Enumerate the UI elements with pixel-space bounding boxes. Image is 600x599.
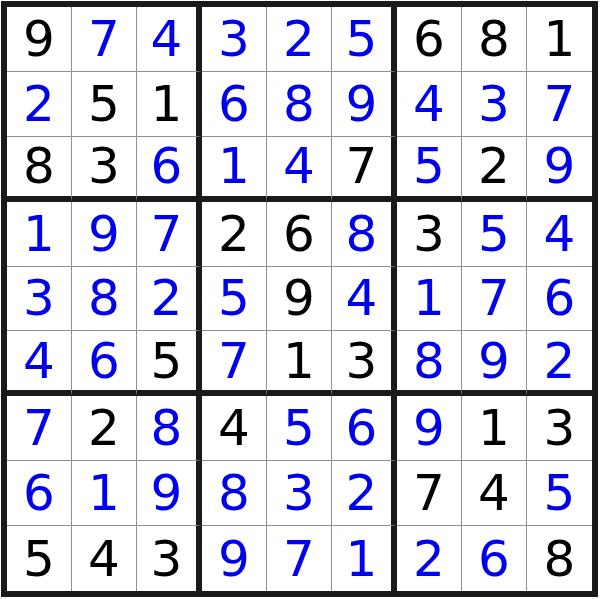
given-digit: 2 <box>88 403 120 453</box>
solved-digit: 1 <box>346 534 378 584</box>
given-digit: 5 <box>23 534 55 584</box>
solved-digit: 7 <box>478 273 510 323</box>
cell-r5c1[interactable]: 3 <box>7 267 72 332</box>
solved-digit: 2 <box>544 336 576 386</box>
solved-digit: 6 <box>88 336 120 386</box>
solved-digit: 6 <box>23 468 55 518</box>
solved-digit: 5 <box>346 14 378 64</box>
cell-r3c3[interactable]: 6 <box>137 137 202 202</box>
cell-r7c3[interactable]: 8 <box>137 396 202 461</box>
given-digit: 3 <box>413 209 445 259</box>
cell-r2c9[interactable]: 7 <box>527 72 592 137</box>
given-digit: 1 <box>283 336 315 386</box>
sudoku-board: 9743256812516894378361475291972683543825… <box>1 1 598 597</box>
solved-digit: 3 <box>283 468 315 518</box>
solved-digit: 9 <box>88 209 120 259</box>
solved-digit: 6 <box>346 403 378 453</box>
solved-digit: 7 <box>23 403 55 453</box>
cell-r3c1[interactable]: 8 <box>7 137 72 202</box>
cell-r1c9[interactable]: 1 <box>527 7 592 72</box>
cell-r9c7[interactable]: 2 <box>397 526 462 591</box>
solved-digit: 9 <box>218 534 250 584</box>
solved-digit: 3 <box>478 79 510 129</box>
cell-r9c6[interactable]: 1 <box>332 526 397 591</box>
given-digit: 5 <box>88 79 120 129</box>
cell-r4c4[interactable]: 2 <box>202 202 267 267</box>
solved-digit: 4 <box>23 336 55 386</box>
cell-r6c3[interactable]: 5 <box>137 331 202 396</box>
solved-digit: 9 <box>151 468 183 518</box>
solved-digit: 1 <box>88 468 120 518</box>
cell-r6c6[interactable]: 3 <box>332 331 397 396</box>
cell-r9c3[interactable]: 3 <box>137 526 202 591</box>
cell-r7c2[interactable]: 2 <box>72 396 137 461</box>
cell-r5c9[interactable]: 6 <box>527 267 592 332</box>
cell-r9c5[interactable]: 7 <box>267 526 332 591</box>
solved-digit: 2 <box>283 14 315 64</box>
cell-r5c3[interactable]: 2 <box>137 267 202 332</box>
cell-r2c3[interactable]: 1 <box>137 72 202 137</box>
cell-r5c5[interactable]: 9 <box>267 267 332 332</box>
solved-digit: 5 <box>218 273 250 323</box>
cell-r6c9[interactable]: 2 <box>527 331 592 396</box>
given-digit: 4 <box>88 534 120 584</box>
cell-r8c4[interactable]: 8 <box>202 461 267 526</box>
given-digit: 9 <box>23 14 55 64</box>
cell-r7c5[interactable]: 5 <box>267 396 332 461</box>
solved-digit: 9 <box>544 141 576 191</box>
solved-digit: 2 <box>23 79 55 129</box>
given-digit: 4 <box>218 403 250 453</box>
cell-r9c4[interactable]: 9 <box>202 526 267 591</box>
given-digit: 1 <box>478 403 510 453</box>
cell-r1c3[interactable]: 4 <box>137 7 202 72</box>
solved-digit: 6 <box>151 141 183 191</box>
solved-digit: 9 <box>413 403 445 453</box>
solved-digit: 5 <box>478 209 510 259</box>
solved-digit: 7 <box>218 336 250 386</box>
given-digit: 1 <box>544 14 576 64</box>
solved-digit: 2 <box>346 468 378 518</box>
cell-r2c6[interactable]: 9 <box>332 72 397 137</box>
solved-digit: 5 <box>413 141 445 191</box>
cell-r8c1[interactable]: 6 <box>7 461 72 526</box>
given-digit: 9 <box>283 273 315 323</box>
cell-r6c2[interactable]: 6 <box>72 331 137 396</box>
solved-digit: 2 <box>413 534 445 584</box>
solved-digit: 7 <box>544 79 576 129</box>
cell-r4c6[interactable]: 8 <box>332 202 397 267</box>
solved-digit: 1 <box>413 273 445 323</box>
cell-r6c7[interactable]: 8 <box>397 331 462 396</box>
cell-r7c8[interactable]: 1 <box>462 396 527 461</box>
given-digit: 6 <box>283 209 315 259</box>
cell-r7c6[interactable]: 6 <box>332 396 397 461</box>
given-digit: 3 <box>346 336 378 386</box>
cell-r7c1[interactable]: 7 <box>7 396 72 461</box>
cell-r3c6[interactable]: 7 <box>332 137 397 202</box>
solved-digit: 7 <box>283 534 315 584</box>
cell-r1c7[interactable]: 6 <box>397 7 462 72</box>
cell-r4c9[interactable]: 4 <box>527 202 592 267</box>
cell-r1c2[interactable]: 7 <box>72 7 137 72</box>
solved-digit: 9 <box>478 336 510 386</box>
cell-r8c5[interactable]: 3 <box>267 461 332 526</box>
solved-digit: 2 <box>151 273 183 323</box>
given-digit: 6 <box>413 14 445 64</box>
solved-digit: 8 <box>346 209 378 259</box>
cell-r4c1[interactable]: 1 <box>7 202 72 267</box>
solved-digit: 8 <box>218 468 250 518</box>
cell-r8c6[interactable]: 2 <box>332 461 397 526</box>
cell-r6c1[interactable]: 4 <box>7 331 72 396</box>
solved-digit: 4 <box>283 141 315 191</box>
solved-digit: 8 <box>151 403 183 453</box>
cell-r9c1[interactable]: 5 <box>7 526 72 591</box>
given-digit: 8 <box>478 14 510 64</box>
given-digit: 2 <box>218 209 250 259</box>
cell-r6c4[interactable]: 7 <box>202 331 267 396</box>
cell-r2c8[interactable]: 3 <box>462 72 527 137</box>
given-digit: 4 <box>478 468 510 518</box>
cell-r8c2[interactable]: 1 <box>72 461 137 526</box>
cell-r7c7[interactable]: 9 <box>397 396 462 461</box>
given-digit: 2 <box>478 141 510 191</box>
cell-r2c2[interactable]: 5 <box>72 72 137 137</box>
cell-r5c2[interactable]: 8 <box>72 267 137 332</box>
cell-r9c2[interactable]: 4 <box>72 526 137 591</box>
solved-digit: 6 <box>478 534 510 584</box>
cell-r8c7[interactable]: 7 <box>397 461 462 526</box>
cell-r6c8[interactable]: 9 <box>462 331 527 396</box>
given-digit: 5 <box>151 336 183 386</box>
solved-digit: 3 <box>218 14 250 64</box>
cell-r4c7[interactable]: 3 <box>397 202 462 267</box>
cell-r8c3[interactable]: 9 <box>137 461 202 526</box>
cell-r4c3[interactable]: 7 <box>137 202 202 267</box>
cell-r3c2[interactable]: 3 <box>72 137 137 202</box>
cell-r8c9[interactable]: 5 <box>527 461 592 526</box>
cell-r1c1[interactable]: 9 <box>7 7 72 72</box>
cell-r1c5[interactable]: 2 <box>267 7 332 72</box>
solved-digit: 1 <box>218 141 250 191</box>
cell-r7c9[interactable]: 3 <box>527 396 592 461</box>
cell-r5c8[interactable]: 7 <box>462 267 527 332</box>
solved-digit: 4 <box>151 14 183 64</box>
cell-r2c4[interactable]: 6 <box>202 72 267 137</box>
cell-r9c8[interactable]: 6 <box>462 526 527 591</box>
cell-r1c8[interactable]: 8 <box>462 7 527 72</box>
given-digit: 8 <box>544 534 576 584</box>
given-digit: 3 <box>151 534 183 584</box>
cell-r2c1[interactable]: 2 <box>7 72 72 137</box>
cell-r5c6[interactable]: 4 <box>332 267 397 332</box>
solved-digit: 4 <box>544 209 576 259</box>
solved-digit: 4 <box>413 79 445 129</box>
cell-r3c5[interactable]: 4 <box>267 137 332 202</box>
solved-digit: 9 <box>346 79 378 129</box>
solved-digit: 5 <box>283 403 315 453</box>
solved-digit: 8 <box>413 336 445 386</box>
cell-r1c4[interactable]: 3 <box>202 7 267 72</box>
cell-r4c8[interactable]: 5 <box>462 202 527 267</box>
cell-r2c5[interactable]: 8 <box>267 72 332 137</box>
solved-digit: 6 <box>544 273 576 323</box>
given-digit: 1 <box>151 79 183 129</box>
cell-r3c8[interactable]: 2 <box>462 137 527 202</box>
solved-digit: 8 <box>88 273 120 323</box>
given-digit: 7 <box>413 468 445 518</box>
cell-r3c7[interactable]: 5 <box>397 137 462 202</box>
solved-digit: 6 <box>218 79 250 129</box>
solved-digit: 8 <box>283 79 315 129</box>
cell-r4c2[interactable]: 9 <box>72 202 137 267</box>
solved-digit: 4 <box>346 273 378 323</box>
solved-digit: 7 <box>88 14 120 64</box>
solved-digit: 7 <box>151 209 183 259</box>
solved-digit: 5 <box>544 468 576 518</box>
given-digit: 3 <box>88 141 120 191</box>
cell-r7c4[interactable]: 4 <box>202 396 267 461</box>
cell-r5c4[interactable]: 5 <box>202 267 267 332</box>
cell-r4c5[interactable]: 6 <box>267 202 332 267</box>
cell-r2c7[interactable]: 4 <box>397 72 462 137</box>
given-digit: 8 <box>23 141 55 191</box>
cell-r9c9[interactable]: 8 <box>527 526 592 591</box>
cell-r5c7[interactable]: 1 <box>397 267 462 332</box>
cell-r6c5[interactable]: 1 <box>267 331 332 396</box>
cell-r8c8[interactable]: 4 <box>462 461 527 526</box>
given-digit: 3 <box>544 403 576 453</box>
cell-r1c6[interactable]: 5 <box>332 7 397 72</box>
cell-r3c4[interactable]: 1 <box>202 137 267 202</box>
solved-digit: 3 <box>23 273 55 323</box>
solved-digit: 1 <box>23 209 55 259</box>
given-digit: 7 <box>346 141 378 191</box>
cell-r3c9[interactable]: 9 <box>527 137 592 202</box>
